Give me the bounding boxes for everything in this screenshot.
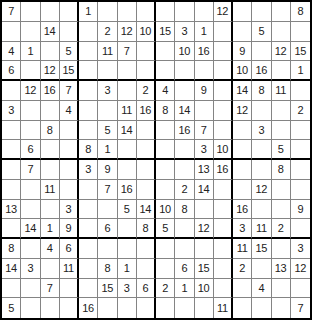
cell-r9c6[interactable]: 9: [98, 160, 117, 180]
cell-r11c7[interactable]: 5: [118, 200, 137, 220]
cell-r10c14[interactable]: 12: [252, 180, 271, 200]
cell-r3c16[interactable]: 15: [291, 42, 310, 62]
cell-r15c8[interactable]: 6: [137, 279, 156, 299]
cell-r4c9[interactable]: [156, 61, 175, 81]
cell-r3c10[interactable]: 10: [175, 42, 194, 62]
cell-r13c15[interactable]: [272, 239, 291, 259]
cell-r3c8[interactable]: [137, 42, 156, 62]
cell-r8c6[interactable]: 1: [98, 140, 117, 160]
cell-r1c1[interactable]: 7: [2, 2, 21, 22]
cell-r7c2[interactable]: [21, 121, 40, 141]
cell-r16c8[interactable]: [137, 298, 156, 318]
cell-r15c11[interactable]: 10: [195, 279, 214, 299]
cell-r12c5[interactable]: [79, 219, 98, 239]
cell-r3c4[interactable]: 5: [60, 42, 79, 62]
cell-r10c9[interactable]: [156, 180, 175, 200]
cell-r15c13[interactable]: [233, 279, 252, 299]
cell-r7c1[interactable]: [2, 121, 21, 141]
cell-r4c11[interactable]: [195, 61, 214, 81]
cell-r13c9[interactable]: [156, 239, 175, 259]
cell-r8c13[interactable]: [233, 140, 252, 160]
cell-r6c13[interactable]: 12: [233, 101, 252, 121]
cell-r14c8[interactable]: [137, 259, 156, 279]
cell-r16c16[interactable]: 7: [291, 298, 310, 318]
cell-r5c14[interactable]: 8: [252, 81, 271, 101]
cell-r2c8[interactable]: 10: [137, 22, 156, 42]
cell-r10c16[interactable]: [291, 180, 310, 200]
cell-r4c10[interactable]: [175, 61, 194, 81]
cell-r13c6[interactable]: [98, 239, 117, 259]
cell-r9c16[interactable]: [291, 160, 310, 180]
cell-r8c5[interactable]: 8: [79, 140, 98, 160]
cell-r4c12[interactable]: [214, 61, 233, 81]
cell-r13c8[interactable]: [137, 239, 156, 259]
cell-r5c7[interactable]: [118, 81, 137, 101]
cell-r16c15[interactable]: [272, 298, 291, 318]
cell-r12c2[interactable]: 14: [21, 219, 40, 239]
cell-r13c1[interactable]: 8: [2, 239, 21, 259]
cell-r10c2[interactable]: [21, 180, 40, 200]
cell-r12c4[interactable]: 9: [60, 219, 79, 239]
cell-r9c12[interactable]: 16: [214, 160, 233, 180]
cell-r12c12[interactable]: [214, 219, 233, 239]
cell-r14c4[interactable]: 11: [60, 259, 79, 279]
cell-r12c10[interactable]: [175, 219, 194, 239]
cell-r11c1[interactable]: 13: [2, 200, 21, 220]
cell-r5c12[interactable]: [214, 81, 233, 101]
cell-r15c7[interactable]: 3: [118, 279, 137, 299]
cell-r12c7[interactable]: [118, 219, 137, 239]
cell-r1c11[interactable]: [195, 2, 214, 22]
cell-r15c5[interactable]: [79, 279, 98, 299]
cell-r2c16[interactable]: [291, 22, 310, 42]
cell-r14c6[interactable]: 8: [98, 259, 117, 279]
cell-r7c4[interactable]: [60, 121, 79, 141]
cell-r1c13[interactable]: [233, 2, 252, 22]
cell-r14c3[interactable]: [41, 259, 60, 279]
cell-r3c9[interactable]: [156, 42, 175, 62]
cell-r13c13[interactable]: 11: [233, 239, 252, 259]
cell-r9c9[interactable]: [156, 160, 175, 180]
cell-r1c16[interactable]: 8: [291, 2, 310, 22]
cell-r8c11[interactable]: 3: [195, 140, 214, 160]
cell-r6c5[interactable]: [79, 101, 98, 121]
cell-r16c12[interactable]: 11: [214, 298, 233, 318]
cell-r2c12[interactable]: [214, 22, 233, 42]
cell-r15c14[interactable]: 4: [252, 279, 271, 299]
cell-r10c4[interactable]: [60, 180, 79, 200]
cell-r4c13[interactable]: 10: [233, 61, 252, 81]
cell-r7c9[interactable]: [156, 121, 175, 141]
cell-r7c8[interactable]: [137, 121, 156, 141]
cell-r5c13[interactable]: 14: [233, 81, 252, 101]
cell-r1c3[interactable]: [41, 2, 60, 22]
cell-r14c9[interactable]: [156, 259, 175, 279]
cell-r16c2[interactable]: [21, 298, 40, 318]
cell-r6c14[interactable]: [252, 101, 271, 121]
cell-r1c6[interactable]: [98, 2, 117, 22]
cell-r14c14[interactable]: [252, 259, 271, 279]
cell-r16c1[interactable]: 5: [2, 298, 21, 318]
cell-r3c3[interactable]: [41, 42, 60, 62]
cell-r2c13[interactable]: [233, 22, 252, 42]
cell-r2c9[interactable]: 15: [156, 22, 175, 42]
cell-r16c3[interactable]: [41, 298, 60, 318]
cell-r3c7[interactable]: 7: [118, 42, 137, 62]
cell-r10c15[interactable]: [272, 180, 291, 200]
cell-r13c7[interactable]: [118, 239, 137, 259]
cell-r8c12[interactable]: 10: [214, 140, 233, 160]
cell-r16c13[interactable]: [233, 298, 252, 318]
cell-r11c12[interactable]: [214, 200, 233, 220]
cell-r9c15[interactable]: 8: [272, 160, 291, 180]
cell-r3c1[interactable]: 4: [2, 42, 21, 62]
cell-r12c9[interactable]: 5: [156, 219, 175, 239]
cell-r11c2[interactable]: [21, 200, 40, 220]
cell-r8c2[interactable]: 6: [21, 140, 40, 160]
cell-r8c16[interactable]: [291, 140, 310, 160]
cell-r2c5[interactable]: [79, 22, 98, 42]
cell-r12c1[interactable]: [2, 219, 21, 239]
cell-r7c5[interactable]: [79, 121, 98, 141]
cell-r13c12[interactable]: [214, 239, 233, 259]
cell-r3c12[interactable]: [214, 42, 233, 62]
cell-r11c13[interactable]: 16: [233, 200, 252, 220]
cell-r9c10[interactable]: [175, 160, 194, 180]
cell-r14c1[interactable]: 14: [2, 259, 21, 279]
cell-r16c4[interactable]: [60, 298, 79, 318]
cell-r1c8[interactable]: [137, 2, 156, 22]
cell-r12c16[interactable]: [291, 219, 310, 239]
cell-r1c9[interactable]: [156, 2, 175, 22]
cell-r13c11[interactable]: [195, 239, 214, 259]
cell-r11c6[interactable]: [98, 200, 117, 220]
cell-r5c3[interactable]: 16: [41, 81, 60, 101]
cell-r16c11[interactable]: [195, 298, 214, 318]
cell-r2c6[interactable]: 2: [98, 22, 117, 42]
cell-r12c3[interactable]: 1: [41, 219, 60, 239]
cell-r7c12[interactable]: [214, 121, 233, 141]
cell-r12c14[interactable]: 11: [252, 219, 271, 239]
cell-r6c4[interactable]: 4: [60, 101, 79, 121]
cell-r9c5[interactable]: 3: [79, 160, 98, 180]
cell-r6c2[interactable]: [21, 101, 40, 121]
cell-r12c13[interactable]: 3: [233, 219, 252, 239]
cell-r14c16[interactable]: 12: [291, 259, 310, 279]
cell-r12c8[interactable]: 8: [137, 219, 156, 239]
cell-r10c1[interactable]: [2, 180, 21, 200]
cell-r8c10[interactable]: [175, 140, 194, 160]
cell-r10c11[interactable]: 14: [195, 180, 214, 200]
cell-r7c13[interactable]: [233, 121, 252, 141]
cell-r10c6[interactable]: 7: [98, 180, 117, 200]
cell-r1c15[interactable]: [272, 2, 291, 22]
cell-r16c7[interactable]: [118, 298, 137, 318]
cell-r7c3[interactable]: 8: [41, 121, 60, 141]
cell-r15c4[interactable]: [60, 279, 79, 299]
cell-r3c2[interactable]: 1: [21, 42, 40, 62]
cell-r7c11[interactable]: 7: [195, 121, 214, 141]
cell-r4c2[interactable]: [21, 61, 40, 81]
cell-r8c15[interactable]: 5: [272, 140, 291, 160]
cell-r16c5[interactable]: 16: [79, 298, 98, 318]
cell-r1c7[interactable]: [118, 2, 137, 22]
cell-r11c5[interactable]: [79, 200, 98, 220]
cell-r9c13[interactable]: [233, 160, 252, 180]
cell-r1c10[interactable]: [175, 2, 194, 22]
cell-r6c6[interactable]: [98, 101, 117, 121]
cell-r5c4[interactable]: 7: [60, 81, 79, 101]
cell-r6c7[interactable]: 11: [118, 101, 137, 121]
cell-r3c14[interactable]: [252, 42, 271, 62]
cell-r15c6[interactable]: 15: [98, 279, 117, 299]
cell-r4c5[interactable]: [79, 61, 98, 81]
cell-r5c5[interactable]: [79, 81, 98, 101]
cell-r7c16[interactable]: [291, 121, 310, 141]
cell-r5c11[interactable]: 9: [195, 81, 214, 101]
cell-r6c9[interactable]: 8: [156, 101, 175, 121]
cell-r14c11[interactable]: 15: [195, 259, 214, 279]
cell-r11c15[interactable]: [272, 200, 291, 220]
cell-r14c7[interactable]: 1: [118, 259, 137, 279]
cell-r15c12[interactable]: [214, 279, 233, 299]
cell-r10c13[interactable]: [233, 180, 252, 200]
cell-r6c12[interactable]: [214, 101, 233, 121]
cell-r8c14[interactable]: [252, 140, 271, 160]
cell-r2c2[interactable]: [21, 22, 40, 42]
cell-r9c4[interactable]: [60, 160, 79, 180]
cell-r13c4[interactable]: 6: [60, 239, 79, 259]
cell-r4c15[interactable]: [272, 61, 291, 81]
cell-r1c2[interactable]: [21, 2, 40, 22]
cell-r4c7[interactable]: [118, 61, 137, 81]
cell-r15c1[interactable]: [2, 279, 21, 299]
cell-r3c5[interactable]: [79, 42, 98, 62]
cell-r10c5[interactable]: [79, 180, 98, 200]
cell-r13c2[interactable]: [21, 239, 40, 259]
cell-r8c1[interactable]: [2, 140, 21, 160]
cell-r13c14[interactable]: 15: [252, 239, 271, 259]
cell-r9c3[interactable]: [41, 160, 60, 180]
cell-r3c6[interactable]: 11: [98, 42, 117, 62]
cell-r16c6[interactable]: [98, 298, 117, 318]
cell-r4c6[interactable]: [98, 61, 117, 81]
cell-r4c8[interactable]: [137, 61, 156, 81]
cell-r11c8[interactable]: 14: [137, 200, 156, 220]
cell-r1c14[interactable]: [252, 2, 271, 22]
cell-r2c14[interactable]: 5: [252, 22, 271, 42]
cell-r14c10[interactable]: 6: [175, 259, 194, 279]
cell-r2c7[interactable]: 12: [118, 22, 137, 42]
cell-r7c14[interactable]: 3: [252, 121, 271, 141]
cell-r15c10[interactable]: 1: [175, 279, 194, 299]
cell-r5c8[interactable]: 2: [137, 81, 156, 101]
cell-r5c15[interactable]: 11: [272, 81, 291, 101]
cell-r7c6[interactable]: 5: [98, 121, 117, 141]
cell-r13c5[interactable]: [79, 239, 98, 259]
cell-r15c15[interactable]: [272, 279, 291, 299]
cell-r10c8[interactable]: [137, 180, 156, 200]
cell-r13c10[interactable]: [175, 239, 194, 259]
cell-r4c4[interactable]: 15: [60, 61, 79, 81]
cell-r1c12[interactable]: 12: [214, 2, 233, 22]
cell-r12c6[interactable]: 6: [98, 219, 117, 239]
cell-r12c15[interactable]: 2: [272, 219, 291, 239]
cell-r11c14[interactable]: [252, 200, 271, 220]
cell-r3c11[interactable]: 16: [195, 42, 214, 62]
cell-r14c15[interactable]: 13: [272, 259, 291, 279]
cell-r6c8[interactable]: 16: [137, 101, 156, 121]
cell-r6c15[interactable]: [272, 101, 291, 121]
cell-r15c3[interactable]: 7: [41, 279, 60, 299]
cell-r15c16[interactable]: [291, 279, 310, 299]
cell-r6c1[interactable]: 3: [2, 101, 21, 121]
cell-r8c9[interactable]: [156, 140, 175, 160]
cell-r8c8[interactable]: [137, 140, 156, 160]
cell-r13c3[interactable]: 4: [41, 239, 60, 259]
cell-r2c11[interactable]: 1: [195, 22, 214, 42]
cell-r1c4[interactable]: [60, 2, 79, 22]
cell-r2c3[interactable]: 14: [41, 22, 60, 42]
cell-r7c15[interactable]: [272, 121, 291, 141]
cell-r6c10[interactable]: 14: [175, 101, 194, 121]
cell-r6c3[interactable]: [41, 101, 60, 121]
cell-r5c1[interactable]: [2, 81, 21, 101]
cell-r5c16[interactable]: [291, 81, 310, 101]
cell-r3c15[interactable]: 12: [272, 42, 291, 62]
cell-r10c7[interactable]: 16: [118, 180, 137, 200]
cell-r10c3[interactable]: 11: [41, 180, 60, 200]
cell-r8c7[interactable]: [118, 140, 137, 160]
cell-r8c3[interactable]: [41, 140, 60, 160]
cell-r9c14[interactable]: [252, 160, 271, 180]
cell-r16c10[interactable]: [175, 298, 194, 318]
cell-r12c11[interactable]: 12: [195, 219, 214, 239]
cell-r13c16[interactable]: 3: [291, 239, 310, 259]
cell-r4c14[interactable]: 16: [252, 61, 271, 81]
cell-r9c11[interactable]: 13: [195, 160, 214, 180]
cell-r5c9[interactable]: 4: [156, 81, 175, 101]
cell-r14c13[interactable]: 2: [233, 259, 252, 279]
cell-r10c12[interactable]: [214, 180, 233, 200]
cell-r5c2[interactable]: 12: [21, 81, 40, 101]
cell-r2c15[interactable]: [272, 22, 291, 42]
cell-r2c4[interactable]: [60, 22, 79, 42]
cell-r11c4[interactable]: 3: [60, 200, 79, 220]
cell-r14c2[interactable]: 3: [21, 259, 40, 279]
cell-r15c2[interactable]: [21, 279, 40, 299]
cell-r3c13[interactable]: 9: [233, 42, 252, 62]
cell-r9c8[interactable]: [137, 160, 156, 180]
cell-r8c4[interactable]: [60, 140, 79, 160]
cell-r11c10[interactable]: 8: [175, 200, 194, 220]
cell-r5c6[interactable]: 3: [98, 81, 117, 101]
cell-r4c16[interactable]: 1: [291, 61, 310, 81]
cell-r6c16[interactable]: 2: [291, 101, 310, 121]
cell-r5c10[interactable]: [175, 81, 194, 101]
cell-r11c11[interactable]: [195, 200, 214, 220]
cell-r1c5[interactable]: 1: [79, 2, 98, 22]
cell-r9c7[interactable]: [118, 160, 137, 180]
cell-r10c10[interactable]: 2: [175, 180, 194, 200]
cell-r9c1[interactable]: [2, 160, 21, 180]
cell-r7c7[interactable]: 14: [118, 121, 137, 141]
cell-r14c5[interactable]: [79, 259, 98, 279]
cell-r6c11[interactable]: [195, 101, 214, 121]
cell-r11c9[interactable]: 10: [156, 200, 175, 220]
sudoku-board: 7112814212101531541511710169121561215101…: [0, 0, 312, 320]
cell-r4c1[interactable]: 6: [2, 61, 21, 81]
cell-r2c10[interactable]: 3: [175, 22, 194, 42]
cell-r16c9[interactable]: [156, 298, 175, 318]
cell-r15c9[interactable]: 2: [156, 279, 175, 299]
cell-r16c14[interactable]: [252, 298, 271, 318]
cell-r7c10[interactable]: 16: [175, 121, 194, 141]
cell-r2c1[interactable]: [2, 22, 21, 42]
cell-r11c3[interactable]: [41, 200, 60, 220]
cell-r14c12[interactable]: [214, 259, 233, 279]
cell-r11c16[interactable]: 9: [291, 200, 310, 220]
cell-r9c2[interactable]: 7: [21, 160, 40, 180]
cell-r4c3[interactable]: 12: [41, 61, 60, 81]
